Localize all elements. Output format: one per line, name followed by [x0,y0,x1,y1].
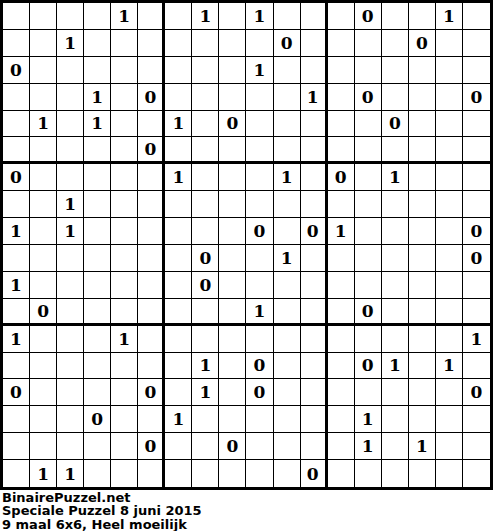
cell-r5c7: 1 [165,111,192,138]
cell-r13c17[interactable] [436,326,463,353]
cell-r1c4[interactable] [84,3,111,30]
cell-r16c5[interactable] [111,406,138,433]
cell-r18c11[interactable] [274,460,301,487]
cell-r5c18[interactable] [463,111,490,138]
cell-r7c17[interactable] [436,164,463,191]
cell-r8c9[interactable] [219,191,246,218]
cell-r15c14[interactable] [355,379,382,406]
cell-r8c15[interactable] [382,191,409,218]
cell-r4c16[interactable] [409,84,436,111]
cell-r6c1[interactable] [3,137,30,164]
cell-r13c5: 1 [111,326,138,353]
cell-r15c12[interactable] [301,379,328,406]
cell-r3c13[interactable] [328,57,355,84]
cell-r14c18[interactable] [463,353,490,380]
cell-r6c18[interactable] [463,137,490,164]
cell-r16c15[interactable] [382,406,409,433]
cell-r15c6: 0 [138,379,165,406]
cell-r13c12[interactable] [301,326,328,353]
cell-r18c2: 1 [30,460,57,487]
puzzle-subtitle: 9 maal 6x6, Heel moeilijk [2,518,493,531]
cell-r10c13[interactable] [328,245,355,272]
cell-r6c4[interactable] [84,137,111,164]
cell-r9c16[interactable] [409,218,436,245]
cell-r4c10[interactable] [246,84,273,111]
cell-r9c11[interactable] [274,218,301,245]
cell-r16c18[interactable] [463,406,490,433]
cell-r11c17[interactable] [436,272,463,299]
cell-r12c5[interactable] [111,299,138,326]
cell-r13c2[interactable] [30,326,57,353]
cell-r5c3[interactable] [57,111,84,138]
cell-r3c15[interactable] [382,57,409,84]
cell-r7c16[interactable] [409,164,436,191]
cell-r4c1[interactable] [3,84,30,111]
cell-r11c16[interactable] [409,272,436,299]
cell-r10c12[interactable] [301,245,328,272]
cell-r11c7[interactable] [165,272,192,299]
cell-r17c13[interactable] [328,433,355,460]
cell-r2c9[interactable] [219,30,246,57]
cell-r8c16[interactable] [409,191,436,218]
cell-r11c2[interactable] [30,272,57,299]
cell-r4c8[interactable] [192,84,219,111]
cell-r10c2[interactable] [30,245,57,272]
cell-r18c14[interactable] [355,460,382,487]
cell-r6c9[interactable] [219,137,246,164]
cell-r6c16[interactable] [409,137,436,164]
cell-r13c3[interactable] [57,326,84,353]
cell-r6c13[interactable] [328,137,355,164]
cell-r15c7[interactable] [165,379,192,406]
cell-r12c12[interactable] [301,299,328,326]
cell-r18c4[interactable] [84,460,111,487]
cell-r10c9[interactable] [219,245,246,272]
cell-r10c14[interactable] [355,245,382,272]
cell-r17c15[interactable] [382,433,409,460]
cell-r13c9[interactable] [219,326,246,353]
cell-r10c10[interactable] [246,245,273,272]
cell-r4c9[interactable] [219,84,246,111]
cell-r1c7[interactable] [165,3,192,30]
cell-r2c5[interactable] [111,30,138,57]
cell-r1c5: 1 [111,3,138,30]
cell-r17c5[interactable] [111,433,138,460]
cell-r18c17[interactable] [436,460,463,487]
cell-r1c6[interactable] [138,3,165,30]
site-name: BinairePuzzel.net [2,491,493,504]
cell-r7c4[interactable] [84,164,111,191]
cell-r8c8[interactable] [192,191,219,218]
cell-r14c10: 0 [246,353,273,380]
cell-r6c3[interactable] [57,137,84,164]
cell-r18c18[interactable] [463,460,490,487]
cell-r5c5[interactable] [111,111,138,138]
cell-r2c14[interactable] [355,30,382,57]
cell-r9c5[interactable] [111,218,138,245]
cell-r13c8[interactable] [192,326,219,353]
cell-r1c15[interactable] [382,3,409,30]
cell-r6c15[interactable] [382,137,409,164]
cell-r16c17[interactable] [436,406,463,433]
cell-r15c3[interactable] [57,379,84,406]
cell-r5c6[interactable] [138,111,165,138]
cell-r16c1[interactable] [3,406,30,433]
cell-r15c9[interactable] [219,379,246,406]
cell-r8c7[interactable] [165,191,192,218]
cell-r17c1[interactable] [3,433,30,460]
cell-r7c2[interactable] [30,164,57,191]
cell-r15c17[interactable] [436,379,463,406]
cell-r6c12[interactable] [301,137,328,164]
cell-r11c9[interactable] [219,272,246,299]
cell-r15c13[interactable] [328,379,355,406]
cell-r9c2[interactable] [30,218,57,245]
cell-r6c5[interactable] [111,137,138,164]
cell-r12c4[interactable] [84,299,111,326]
cell-r13c14[interactable] [355,326,382,353]
cell-r17c6: 0 [138,433,165,460]
cell-r3c17[interactable] [436,57,463,84]
cell-r2c7[interactable] [165,30,192,57]
cell-r7c13: 0 [328,164,355,191]
cell-r7c10[interactable] [246,164,273,191]
cell-r5c11[interactable] [274,111,301,138]
cell-r18c8[interactable] [192,460,219,487]
cell-r16c10[interactable] [246,406,273,433]
cell-r1c18[interactable] [463,3,490,30]
cell-r16c9[interactable] [219,406,246,433]
cell-r1c12[interactable] [301,3,328,30]
cell-r17c3[interactable] [57,433,84,460]
cell-r3c3[interactable] [57,57,84,84]
cell-r4c13[interactable] [328,84,355,111]
cell-r5c13[interactable] [328,111,355,138]
cell-r12c9[interactable] [219,299,246,326]
cell-r6c11[interactable] [274,137,301,164]
cell-r5c15: 0 [382,111,409,138]
cell-r2c15[interactable] [382,30,409,57]
cell-r15c2[interactable] [30,379,57,406]
cell-r8c14[interactable] [355,191,382,218]
cell-r18c6[interactable] [138,460,165,487]
cell-r14c2[interactable] [30,353,57,380]
cell-r6c8[interactable] [192,137,219,164]
cell-r2c1[interactable] [3,30,30,57]
cell-r7c18[interactable] [463,164,490,191]
cell-r15c11[interactable] [274,379,301,406]
cell-r10c3[interactable] [57,245,84,272]
cell-r3c7[interactable] [165,57,192,84]
cell-r6c17[interactable] [436,137,463,164]
cell-r1c11[interactable] [274,3,301,30]
cell-r4c7[interactable] [165,84,192,111]
cell-r11c6[interactable] [138,272,165,299]
cell-r17c16: 1 [409,433,436,460]
cell-r16c8[interactable] [192,406,219,433]
cell-r7c15: 1 [382,164,409,191]
cell-r3c4[interactable] [84,57,111,84]
cell-r7c14[interactable] [355,164,382,191]
cell-r12c17[interactable] [436,299,463,326]
cell-r12c1[interactable] [3,299,30,326]
cell-r13c7[interactable] [165,326,192,353]
cell-r9c18: 0 [463,218,490,245]
cell-r9c17[interactable] [436,218,463,245]
cell-r12c11[interactable] [274,299,301,326]
cell-r14c5[interactable] [111,353,138,380]
cell-r14c7[interactable] [165,353,192,380]
cell-r17c18[interactable] [463,433,490,460]
cell-r15c8: 1 [192,379,219,406]
cell-r16c13[interactable] [328,406,355,433]
cell-r6c10[interactable] [246,137,273,164]
cell-r9c6[interactable] [138,218,165,245]
cell-r13c4[interactable] [84,326,111,353]
cell-r14c16[interactable] [409,353,436,380]
cell-r2c18[interactable] [463,30,490,57]
cell-r4c2[interactable] [30,84,57,111]
cell-r12c2: 0 [30,299,57,326]
cell-r18c5[interactable] [111,460,138,487]
cell-r18c15[interactable] [382,460,409,487]
cell-r9c8[interactable] [192,218,219,245]
cell-r4c12: 1 [301,84,328,111]
cell-r18c13[interactable] [328,460,355,487]
cell-r17c12[interactable] [301,433,328,460]
cell-r2c2[interactable] [30,30,57,57]
cell-r12c14: 0 [355,299,382,326]
cell-r3c9[interactable] [219,57,246,84]
cell-r3c8[interactable] [192,57,219,84]
cell-r13c13[interactable] [328,326,355,353]
cell-r1c3[interactable] [57,3,84,30]
cell-r10c16[interactable] [409,245,436,272]
cell-r6c14[interactable] [355,137,382,164]
cell-r11c18[interactable] [463,272,490,299]
cell-r18c7[interactable] [165,460,192,487]
cell-r10c17[interactable] [436,245,463,272]
cell-r10c11: 1 [274,245,301,272]
cell-r1c10: 1 [246,3,273,30]
cell-r3c6[interactable] [138,57,165,84]
cell-r9c1: 1 [3,218,30,245]
cell-r3c14[interactable] [355,57,382,84]
cell-r2c13[interactable] [328,30,355,57]
cell-r10c7[interactable] [165,245,192,272]
cell-r4c6: 0 [138,84,165,111]
cell-r16c3[interactable] [57,406,84,433]
cell-r8c18[interactable] [463,191,490,218]
cell-r5c14[interactable] [355,111,382,138]
cell-r16c2[interactable] [30,406,57,433]
cell-r15c4[interactable] [84,379,111,406]
cell-r14c1[interactable] [3,353,30,380]
cell-r5c12[interactable] [301,111,328,138]
cell-r8c17[interactable] [436,191,463,218]
cell-r3c18[interactable] [463,57,490,84]
cell-r15c16[interactable] [409,379,436,406]
cell-r8c6[interactable] [138,191,165,218]
cell-r14c3[interactable] [57,353,84,380]
cell-r12c3[interactable] [57,299,84,326]
cell-r3c11[interactable] [274,57,301,84]
cell-r16c12[interactable] [301,406,328,433]
cell-r8c4[interactable] [84,191,111,218]
cell-r5c17[interactable] [436,111,463,138]
cell-r2c10[interactable] [246,30,273,57]
cell-r11c5[interactable] [111,272,138,299]
cell-r15c5[interactable] [111,379,138,406]
cell-r9c4[interactable] [84,218,111,245]
cell-r2c3: 1 [57,30,84,57]
cell-r8c12[interactable] [301,191,328,218]
cell-r13c16[interactable] [409,326,436,353]
cell-r12c16[interactable] [409,299,436,326]
cell-r4c15[interactable] [382,84,409,111]
cell-r2c11: 0 [274,30,301,57]
cell-r14c13[interactable] [328,353,355,380]
cell-r2c16: 0 [409,30,436,57]
cell-r17c10[interactable] [246,433,273,460]
cell-r15c15[interactable] [382,379,409,406]
cell-r12c13[interactable] [328,299,355,326]
cell-r4c5[interactable] [111,84,138,111]
cell-r10c6[interactable] [138,245,165,272]
cell-r13c10[interactable] [246,326,273,353]
cell-r1c1[interactable] [3,3,30,30]
cell-r3c16[interactable] [409,57,436,84]
cell-r8c11[interactable] [274,191,301,218]
cell-r12c10: 1 [246,299,273,326]
cell-r16c14: 1 [355,406,382,433]
cell-r5c8[interactable] [192,111,219,138]
cell-r4c17[interactable] [436,84,463,111]
cell-r2c17[interactable] [436,30,463,57]
cell-r5c2: 1 [30,111,57,138]
cell-r1c16[interactable] [409,3,436,30]
cell-r10c15[interactable] [382,245,409,272]
cell-r11c10[interactable] [246,272,273,299]
cell-r14c6[interactable] [138,353,165,380]
cell-r7c12[interactable] [301,164,328,191]
cell-r13c15[interactable] [382,326,409,353]
cell-r2c4[interactable] [84,30,111,57]
cell-r9c14[interactable] [355,218,382,245]
cell-r14c8: 1 [192,353,219,380]
cell-r11c1: 1 [3,272,30,299]
cell-r11c14[interactable] [355,272,382,299]
cell-r5c16[interactable] [409,111,436,138]
cell-r8c2[interactable] [30,191,57,218]
cell-r7c6[interactable] [138,164,165,191]
cell-r12c18[interactable] [463,299,490,326]
cell-r17c11[interactable] [274,433,301,460]
cell-r6c7[interactable] [165,137,192,164]
cell-r16c11[interactable] [274,406,301,433]
cell-r12c6[interactable] [138,299,165,326]
cell-r11c11[interactable] [274,272,301,299]
cell-r5c1[interactable] [3,111,30,138]
cell-r18c16[interactable] [409,460,436,487]
cell-r16c7: 1 [165,406,192,433]
cell-r4c4: 1 [84,84,111,111]
cell-r7c9[interactable] [219,164,246,191]
cell-r11c4[interactable] [84,272,111,299]
cell-r12c8[interactable] [192,299,219,326]
cell-r1c13[interactable] [328,3,355,30]
cell-r11c3[interactable] [57,272,84,299]
cell-r11c12[interactable] [301,272,328,299]
cell-r17c7[interactable] [165,433,192,460]
cell-r8c10[interactable] [246,191,273,218]
cell-r17c17[interactable] [436,433,463,460]
cell-r9c10: 0 [246,218,273,245]
cell-r2c6[interactable] [138,30,165,57]
cell-r18c10[interactable] [246,460,273,487]
cell-r14c11[interactable] [274,353,301,380]
cell-r4c11[interactable] [274,84,301,111]
cell-r12c15[interactable] [382,299,409,326]
cell-r3c1: 0 [3,57,30,84]
cell-r16c16[interactable] [409,406,436,433]
cell-r11c13[interactable] [328,272,355,299]
cell-r10c5[interactable] [111,245,138,272]
cell-r8c1[interactable] [3,191,30,218]
cell-r16c6[interactable] [138,406,165,433]
cell-r4c18: 0 [463,84,490,111]
cell-r9c15[interactable] [382,218,409,245]
cell-r7c3[interactable] [57,164,84,191]
cell-r2c12[interactable] [301,30,328,57]
cell-r13c11[interactable] [274,326,301,353]
cell-r7c5[interactable] [111,164,138,191]
cell-r15c1: 0 [3,379,30,406]
cell-r17c8[interactable] [192,433,219,460]
cell-r14c12[interactable] [301,353,328,380]
cell-r18c9[interactable] [219,460,246,487]
cell-r5c10[interactable] [246,111,273,138]
cell-r10c1[interactable] [3,245,30,272]
cell-r9c9[interactable] [219,218,246,245]
cell-r7c8[interactable] [192,164,219,191]
cell-r1c9[interactable] [219,3,246,30]
puzzle-board: 1110110001101001110000110111100100101001… [0,0,493,490]
cell-r2c8[interactable] [192,30,219,57]
cell-r18c1[interactable] [3,460,30,487]
cell-r4c3[interactable] [57,84,84,111]
cell-r17c2[interactable] [30,433,57,460]
cell-r12c7[interactable] [165,299,192,326]
cell-r8c13[interactable] [328,191,355,218]
cell-r11c15[interactable] [382,272,409,299]
cell-r14c9[interactable] [219,353,246,380]
cell-r1c8: 1 [192,3,219,30]
cell-r13c6[interactable] [138,326,165,353]
cell-r14c4[interactable] [84,353,111,380]
cell-r3c2[interactable] [30,57,57,84]
cell-r8c5[interactable] [111,191,138,218]
cell-r17c4[interactable] [84,433,111,460]
cell-r10c4[interactable] [84,245,111,272]
cell-r5c4: 1 [84,111,111,138]
cell-r9c7[interactable] [165,218,192,245]
cell-r1c2[interactable] [30,3,57,30]
cell-r6c2[interactable] [30,137,57,164]
cell-r3c12[interactable] [301,57,328,84]
cell-r3c5[interactable] [111,57,138,84]
cell-r13c18: 1 [463,326,490,353]
